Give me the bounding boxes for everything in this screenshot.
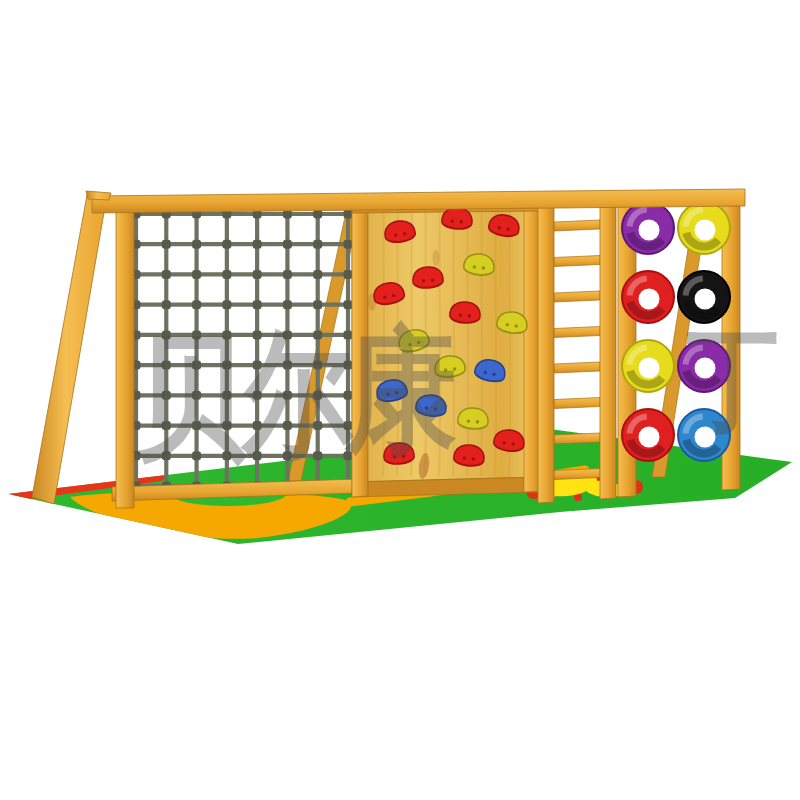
net-knot (344, 240, 353, 249)
ladder-rung (554, 291, 600, 302)
wood-grain-line (453, 202, 454, 476)
net-knot (162, 451, 171, 460)
tyre-ring-black (678, 271, 730, 323)
net-knot (344, 210, 353, 219)
ladder-rung (554, 398, 600, 409)
net-knot (313, 240, 322, 249)
net-knot (222, 361, 231, 370)
net-knot (283, 391, 292, 400)
net-knot (192, 270, 201, 279)
net-knot (253, 421, 262, 430)
net-knot (344, 421, 353, 430)
net-knot (162, 361, 171, 370)
climbing-wall (352, 196, 540, 497)
net-knot (162, 330, 171, 339)
net-knot (313, 391, 322, 400)
net-knot (192, 451, 201, 460)
wood-grain-line (383, 202, 384, 476)
net-knot (253, 330, 262, 339)
net-knot (313, 361, 322, 370)
net-knot (253, 300, 262, 309)
net-knot (313, 270, 322, 279)
net-knot (283, 270, 292, 279)
net-knot (222, 421, 231, 430)
net-knot (253, 451, 262, 460)
net-knot (162, 240, 171, 249)
net-knot (192, 330, 201, 339)
net-knot (313, 300, 322, 309)
left-post (116, 198, 134, 508)
net-knot (192, 421, 201, 430)
net-knot (222, 300, 231, 309)
playground-product-photo: Product photo of a wooden children's pla… (0, 0, 800, 800)
ladder-rungs (554, 220, 600, 480)
net-knot (253, 361, 262, 370)
net-knot (313, 451, 322, 460)
ladder-rung (554, 433, 600, 444)
wood-knot (433, 250, 440, 266)
climbing-net (132, 210, 353, 491)
net-knot (283, 330, 292, 339)
net-knot (283, 300, 292, 309)
net-knot (162, 300, 171, 309)
tyre-ring-purple (622, 202, 674, 254)
net-knot (192, 391, 201, 400)
net-knot (222, 330, 231, 339)
net-knot (253, 391, 262, 400)
tyre-ring-blue (678, 409, 730, 461)
net-knot (222, 270, 231, 279)
net-knot (222, 391, 231, 400)
tyre-ring-yellow (678, 202, 730, 254)
tyre-ring-red (622, 271, 674, 323)
net-knot (283, 451, 292, 460)
net-knot (162, 421, 171, 430)
net-knot (162, 391, 171, 400)
net-knot (192, 300, 201, 309)
net-knot (283, 421, 292, 430)
ladder-right-rail (600, 196, 616, 499)
net-knot (344, 391, 353, 400)
aframe-apex-cap (86, 191, 111, 200)
wall-left-rail (352, 198, 368, 497)
ladder-rung (554, 220, 600, 231)
wood-grain-line (397, 202, 398, 476)
aframe-leg (32, 195, 107, 504)
wood-grain-line (439, 202, 440, 476)
net-knot (313, 421, 322, 430)
ladder-left-rail (538, 198, 554, 503)
net-knot (253, 270, 262, 279)
scene-svg: Product photo of a wooden children's pla… (0, 0, 800, 800)
ladder-rung (554, 256, 600, 267)
net-knot (344, 270, 353, 279)
net-knot (283, 361, 292, 370)
ladder-rung (554, 327, 600, 338)
net-knot (162, 270, 171, 279)
net-knot (222, 451, 231, 460)
net-knot (344, 451, 353, 460)
net-knot (283, 240, 292, 249)
net-knot (192, 361, 201, 370)
tyre-ring-yellow (622, 340, 674, 392)
ladder-rung (554, 362, 600, 373)
net-knot (192, 240, 201, 249)
net-knot (344, 300, 353, 309)
net-knot (344, 330, 353, 339)
ladder-rung (554, 469, 600, 480)
tyre-ring-purple (678, 340, 730, 392)
wood-grain-line (467, 202, 468, 476)
net-knot (313, 330, 322, 339)
net-knot (344, 361, 353, 370)
tyre-ring-red (622, 409, 674, 461)
net-knot (222, 240, 231, 249)
wood-grain-line (481, 202, 482, 476)
net-knot (253, 240, 262, 249)
